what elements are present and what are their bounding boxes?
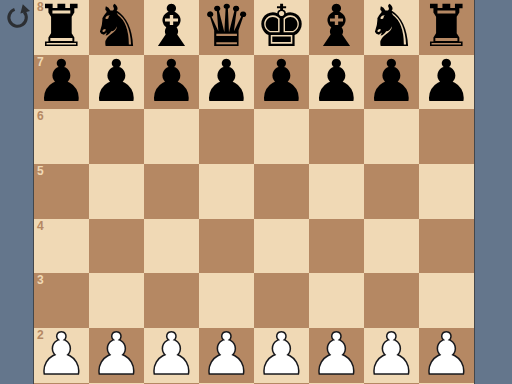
rank-label-5: 5: [37, 165, 44, 177]
square-b4[interactable]: [89, 219, 144, 274]
square-c6[interactable]: [144, 109, 199, 164]
square-d7[interactable]: ♟: [199, 55, 254, 110]
square-f5[interactable]: [309, 164, 364, 219]
black-pawn[interactable]: ♟: [256, 54, 308, 109]
square-g6[interactable]: [364, 109, 419, 164]
square-b5[interactable]: [89, 164, 144, 219]
square-f6[interactable]: [309, 109, 364, 164]
chess-board: 8♜♞♝♛♚♝♞♜7♟♟♟♟♟♟♟♟65432♟♟♟♟♟♟♟♟1♜♞♝♛♚♝♞♜: [34, 0, 474, 384]
white-pawn[interactable]: ♟: [91, 327, 143, 382]
black-bishop[interactable]: ♝: [146, 0, 198, 54]
white-pawn[interactable]: ♟: [421, 327, 473, 382]
white-pawn[interactable]: ♟: [256, 327, 308, 382]
black-bishop[interactable]: ♝: [311, 0, 363, 54]
rank-label-4: 4: [37, 220, 44, 232]
black-pawn[interactable]: ♟: [311, 54, 363, 109]
black-knight[interactable]: ♞: [91, 0, 143, 54]
rank-label-6: 6: [37, 110, 44, 122]
square-e5[interactable]: [254, 164, 309, 219]
square-a7[interactable]: 7♟: [34, 55, 89, 110]
black-king[interactable]: ♚: [256, 0, 308, 54]
square-d4[interactable]: [199, 219, 254, 274]
square-b6[interactable]: [89, 109, 144, 164]
black-pawn[interactable]: ♟: [36, 54, 88, 109]
square-c5[interactable]: [144, 164, 199, 219]
white-pawn[interactable]: ♟: [201, 327, 253, 382]
square-h5[interactable]: [419, 164, 474, 219]
black-rook[interactable]: ♜: [36, 0, 88, 54]
square-a4[interactable]: 4: [34, 219, 89, 274]
square-a6[interactable]: 6: [34, 109, 89, 164]
square-a5[interactable]: 5: [34, 164, 89, 219]
black-pawn[interactable]: ♟: [91, 54, 143, 109]
square-g4[interactable]: [364, 219, 419, 274]
rank-label-3: 3: [37, 274, 44, 286]
square-f7[interactable]: ♟: [309, 55, 364, 110]
square-e4[interactable]: [254, 219, 309, 274]
black-pawn[interactable]: ♟: [201, 54, 253, 109]
black-pawn[interactable]: ♟: [421, 54, 473, 109]
square-b7[interactable]: ♟: [89, 55, 144, 110]
black-queen[interactable]: ♛: [201, 0, 253, 54]
square-e6[interactable]: [254, 109, 309, 164]
square-d5[interactable]: [199, 164, 254, 219]
square-g7[interactable]: ♟: [364, 55, 419, 110]
square-c4[interactable]: [144, 219, 199, 274]
black-knight[interactable]: ♞: [366, 0, 418, 54]
square-g5[interactable]: [364, 164, 419, 219]
square-h6[interactable]: [419, 109, 474, 164]
square-h7[interactable]: ♟: [419, 55, 474, 110]
square-d6[interactable]: [199, 109, 254, 164]
square-h4[interactable]: [419, 219, 474, 274]
white-pawn[interactable]: ♟: [36, 327, 88, 382]
white-pawn[interactable]: ♟: [311, 327, 363, 382]
white-pawn[interactable]: ♟: [366, 327, 418, 382]
rotate-board-button[interactable]: [2, 2, 32, 32]
black-rook[interactable]: ♜: [421, 0, 473, 54]
white-pawn[interactable]: ♟: [146, 327, 198, 382]
rotate-clockwise-icon: [4, 3, 31, 30]
square-e7[interactable]: ♟: [254, 55, 309, 110]
black-pawn[interactable]: ♟: [146, 54, 198, 109]
square-f4[interactable]: [309, 219, 364, 274]
black-pawn[interactable]: ♟: [366, 54, 418, 109]
square-c7[interactable]: ♟: [144, 55, 199, 110]
